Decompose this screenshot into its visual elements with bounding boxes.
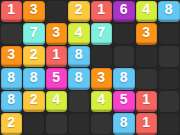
tile-value: 8 bbox=[75, 70, 83, 84]
tile-value: 8 bbox=[165, 2, 173, 16]
cell-r2c6 bbox=[114, 24, 135, 45]
cell-r5c3: 4 bbox=[46, 91, 67, 112]
cell-r3c6 bbox=[114, 46, 135, 67]
tile-value: 7 bbox=[30, 25, 38, 39]
cell-r6c7: 1 bbox=[136, 114, 157, 135]
tile-8-r4c1[interactable]: 8 bbox=[1, 68, 23, 90]
tile-6-r1c6[interactable]: 6 bbox=[113, 1, 135, 23]
cell-r2c3: 3 bbox=[46, 24, 67, 45]
tile-value: 5 bbox=[120, 92, 128, 106]
tile-1-r3c3[interactable]: 1 bbox=[46, 46, 68, 68]
tile-3-r2c7[interactable]: 3 bbox=[136, 23, 158, 45]
cell-r2c2: 7 bbox=[24, 24, 45, 45]
tile-4-r5c5[interactable]: 4 bbox=[91, 91, 113, 113]
cell-r2c8 bbox=[159, 24, 180, 45]
tile-2-r6c1[interactable]: 2 bbox=[1, 113, 23, 135]
cell-r5c5: 4 bbox=[91, 91, 112, 112]
cell-r2c7: 3 bbox=[136, 24, 157, 45]
cell-r6c2 bbox=[24, 114, 45, 135]
cell-r1c4: 2 bbox=[69, 1, 90, 22]
tile-1-r5c7[interactable]: 1 bbox=[136, 91, 158, 113]
cell-r1c7: 4 bbox=[136, 1, 157, 22]
tile-value: 2 bbox=[30, 47, 38, 61]
tile-value: 8 bbox=[30, 70, 38, 84]
cell-r6c4 bbox=[69, 114, 90, 135]
tile-1-r6c7[interactable]: 1 bbox=[136, 113, 158, 135]
cell-r5c4 bbox=[69, 91, 90, 112]
cell-r5c7: 1 bbox=[136, 91, 157, 112]
tile-7-r2c2[interactable]: 7 bbox=[23, 23, 45, 45]
tile-value: 4 bbox=[97, 92, 105, 106]
tile-2-r3c2[interactable]: 2 bbox=[23, 46, 45, 68]
cell-r3c7 bbox=[136, 46, 157, 67]
tile-8-r4c4[interactable]: 8 bbox=[68, 68, 90, 90]
tile-value: 2 bbox=[7, 115, 15, 129]
tile-value: 6 bbox=[120, 2, 128, 16]
cell-r5c2: 2 bbox=[24, 91, 45, 112]
tile-value: 1 bbox=[142, 115, 150, 129]
tile-8-r1c8[interactable]: 8 bbox=[158, 1, 180, 23]
cell-r6c5 bbox=[91, 114, 112, 135]
tile-value: 2 bbox=[75, 2, 83, 16]
tile-value: 3 bbox=[52, 25, 60, 39]
cell-r3c1: 3 bbox=[1, 46, 22, 67]
tile-3-r3c1[interactable]: 3 bbox=[1, 46, 23, 68]
tile-2-r5c2[interactable]: 2 bbox=[23, 91, 45, 113]
tile-value: 8 bbox=[120, 70, 128, 84]
tile-3-r2c3[interactable]: 3 bbox=[46, 23, 68, 45]
tile-value: 8 bbox=[7, 70, 15, 84]
cell-r1c6: 6 bbox=[114, 1, 135, 22]
cell-r1c1: 1 bbox=[1, 1, 22, 22]
tile-1-r1c5[interactable]: 1 bbox=[91, 1, 113, 23]
cell-r4c7 bbox=[136, 69, 157, 90]
tile-value: 4 bbox=[52, 92, 60, 106]
game-board[interactable]: 1321648734733218885838824451281 bbox=[0, 0, 180, 135]
cell-r3c4: 8 bbox=[69, 46, 90, 67]
tile-value: 3 bbox=[142, 25, 150, 39]
cell-r1c5: 1 bbox=[91, 1, 112, 22]
cell-r3c3: 1 bbox=[46, 46, 67, 67]
cell-r3c5 bbox=[91, 46, 112, 67]
cell-r6c6: 8 bbox=[114, 114, 135, 135]
tile-value: 2 bbox=[30, 92, 38, 106]
tile-value: 5 bbox=[52, 70, 60, 84]
cell-r6c3 bbox=[46, 114, 67, 135]
cell-r4c4: 8 bbox=[69, 69, 90, 90]
tile-1-r1c1[interactable]: 1 bbox=[1, 1, 23, 23]
tile-value: 1 bbox=[7, 2, 15, 16]
tile-8-r4c2[interactable]: 8 bbox=[23, 68, 45, 90]
tile-8-r5c1[interactable]: 8 bbox=[1, 91, 23, 113]
cell-r4c1: 8 bbox=[1, 69, 22, 90]
tile-value: 4 bbox=[142, 2, 150, 16]
cell-r3c2: 2 bbox=[24, 46, 45, 67]
cell-r1c3 bbox=[46, 1, 67, 22]
cell-r4c6: 8 bbox=[114, 69, 135, 90]
tile-value: 8 bbox=[75, 47, 83, 61]
cell-r2c1 bbox=[1, 24, 22, 45]
cell-r4c5: 3 bbox=[91, 69, 112, 90]
tile-4-r1c7[interactable]: 4 bbox=[136, 1, 158, 23]
tile-5-r4c3[interactable]: 5 bbox=[46, 68, 68, 90]
tile-value: 1 bbox=[97, 2, 105, 16]
cell-r4c2: 8 bbox=[24, 69, 45, 90]
cell-r4c3: 5 bbox=[46, 69, 67, 90]
cell-r1c2: 3 bbox=[24, 1, 45, 22]
tile-value: 1 bbox=[142, 92, 150, 106]
cell-r6c8 bbox=[159, 114, 180, 135]
tile-value: 1 bbox=[52, 47, 60, 61]
tile-4-r2c4[interactable]: 4 bbox=[68, 23, 90, 45]
cell-r5c1: 8 bbox=[1, 91, 22, 112]
cell-r5c8 bbox=[159, 91, 180, 112]
tile-8-r4c6[interactable]: 8 bbox=[113, 68, 135, 90]
cell-r2c5: 7 bbox=[91, 24, 112, 45]
cell-r2c4: 4 bbox=[69, 24, 90, 45]
tile-value: 3 bbox=[97, 70, 105, 84]
tile-5-r5c6[interactable]: 5 bbox=[113, 91, 135, 113]
tile-4-r5c3[interactable]: 4 bbox=[46, 91, 68, 113]
tile-value: 3 bbox=[7, 47, 15, 61]
tile-2-r1c4[interactable]: 2 bbox=[68, 1, 90, 23]
cell-r1c8: 8 bbox=[159, 1, 180, 22]
cell-r6c1: 2 bbox=[1, 114, 22, 135]
tile-8-r6c6[interactable]: 8 bbox=[113, 113, 135, 135]
tile-7-r2c5[interactable]: 7 bbox=[91, 23, 113, 45]
tile-8-r3c4[interactable]: 8 bbox=[68, 46, 90, 68]
tile-3-r1c2[interactable]: 3 bbox=[23, 1, 45, 23]
tile-value: 8 bbox=[7, 92, 15, 106]
tile-value: 4 bbox=[75, 25, 83, 39]
cell-r5c6: 5 bbox=[114, 91, 135, 112]
tile-3-r4c5[interactable]: 3 bbox=[91, 68, 113, 90]
tile-value: 3 bbox=[30, 2, 38, 16]
tile-value: 8 bbox=[120, 115, 128, 129]
cell-r3c8 bbox=[159, 46, 180, 67]
tile-value: 7 bbox=[97, 25, 105, 39]
cell-r4c8 bbox=[159, 69, 180, 90]
